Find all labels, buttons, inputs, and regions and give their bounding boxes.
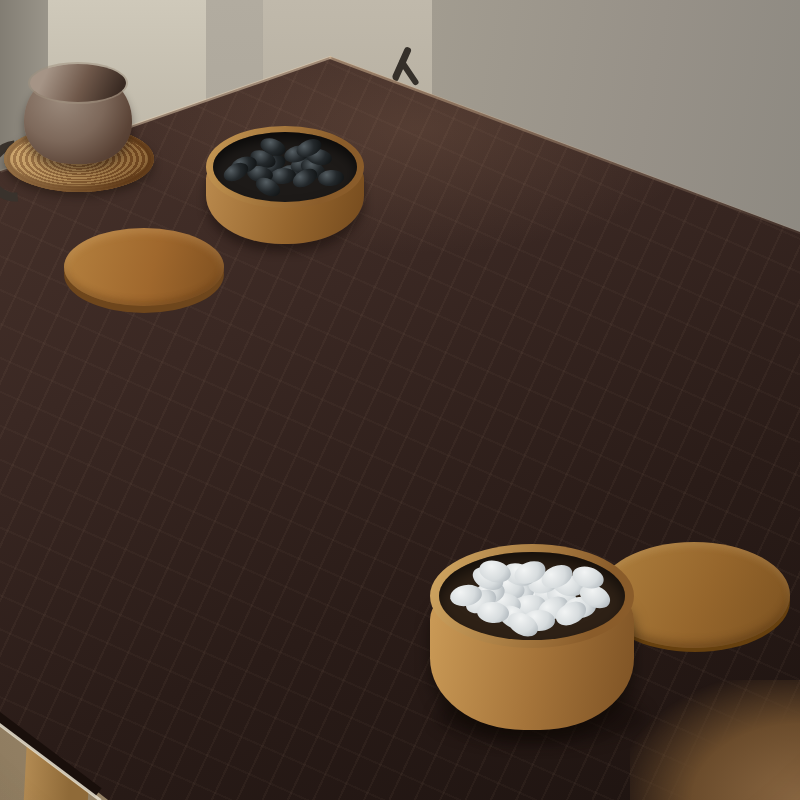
white-bowl-cavity: [439, 552, 625, 640]
tea-cup-rim: [30, 64, 126, 102]
tea-cup: [22, 62, 134, 164]
go-set-photo-scene: 人: [0, 0, 800, 800]
wooden-coaster-top: [64, 228, 224, 306]
white-stone-bowl: [430, 544, 634, 730]
floor-bottom-right: [630, 680, 800, 800]
black-stone-bowl: [206, 126, 364, 244]
wooden-coaster: [64, 228, 224, 306]
calligraphy-mark-text: 人: [384, 43, 385, 44]
black-bowl-cavity: [213, 132, 357, 202]
